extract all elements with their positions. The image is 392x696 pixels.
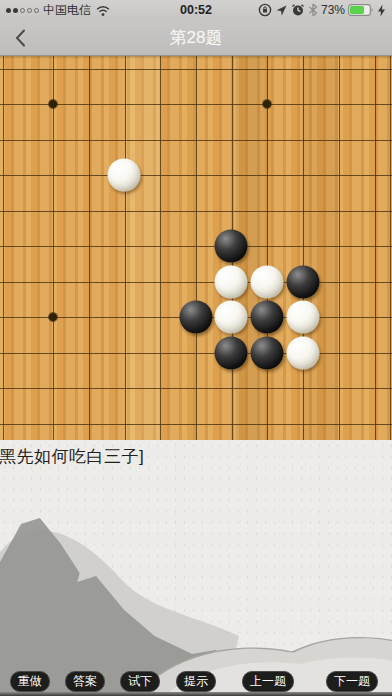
board-cell[interactable] [107, 193, 143, 229]
page-title: 第28题 [0, 20, 392, 55]
board-cell[interactable] [35, 406, 71, 440]
board-cell[interactable] [107, 335, 143, 371]
board-cell[interactable] [35, 193, 71, 229]
board-cell[interactable] [285, 193, 321, 229]
board-cell[interactable] [356, 193, 392, 229]
board-cell[interactable] [249, 122, 285, 158]
board-cell[interactable] [178, 56, 214, 87]
back-button[interactable] [11, 28, 31, 48]
board-cell[interactable] [178, 229, 214, 265]
alarm-icon [291, 3, 305, 17]
board-cell[interactable] [249, 371, 285, 407]
board-cell[interactable] [285, 371, 321, 407]
toolbar: 重做答案试下提示上一题下一题 [0, 671, 392, 693]
board-cell[interactable] [285, 229, 321, 265]
board-cell[interactable] [356, 158, 392, 194]
board-cell[interactable] [35, 56, 71, 87]
board-cell[interactable] [321, 158, 357, 194]
board-cell[interactable] [321, 122, 357, 158]
board-cell[interactable] [35, 87, 71, 123]
board-cell[interactable] [142, 335, 178, 371]
bluetooth-icon [308, 3, 318, 17]
board-cell[interactable] [214, 56, 250, 87]
board-cell[interactable] [214, 371, 250, 407]
board-cell[interactable] [356, 406, 392, 440]
board-cell[interactable] [35, 371, 71, 407]
board-cell[interactable] [142, 193, 178, 229]
board-cell[interactable] [249, 406, 285, 440]
board-cell[interactable] [356, 122, 392, 158]
board-cell[interactable] [142, 122, 178, 158]
nav-bar: 第28题 [0, 20, 392, 56]
board-cell[interactable] [356, 300, 392, 336]
next-problem-button[interactable]: 下一题 [326, 671, 378, 692]
board-cell[interactable] [71, 122, 107, 158]
board-cell[interactable] [321, 56, 357, 87]
lower-panel: 黑先如何吃白三子] [0, 440, 392, 696]
board-cell[interactable] [142, 158, 178, 194]
board-cell[interactable] [71, 87, 107, 123]
board-cell[interactable] [178, 406, 214, 440]
board-cell[interactable] [214, 193, 250, 229]
try-button[interactable]: 试下 [120, 671, 160, 692]
board-cell[interactable] [178, 87, 214, 123]
battery-icon [348, 4, 374, 16]
white-stone[interactable] [108, 159, 141, 192]
board-cell[interactable] [356, 229, 392, 265]
board-cell[interactable] [285, 300, 321, 336]
board-cell[interactable] [321, 229, 357, 265]
board-cell[interactable] [71, 56, 107, 87]
board-cell[interactable] [214, 300, 250, 336]
black-stone[interactable] [179, 301, 212, 334]
orientation-lock-icon [258, 3, 272, 17]
board-cell[interactable] [214, 229, 250, 265]
board-cell[interactable] [71, 300, 107, 336]
board-cell[interactable] [35, 264, 71, 300]
board-cell[interactable] [142, 87, 178, 123]
board-cell[interactable] [142, 229, 178, 265]
board-cell[interactable] [321, 335, 357, 371]
board-cell[interactable] [321, 87, 357, 123]
board-cell[interactable] [214, 264, 250, 300]
black-stone[interactable] [215, 336, 248, 369]
white-stone[interactable] [286, 301, 319, 334]
status-bar: 中国电信 00:52 [0, 0, 392, 20]
board-cell[interactable] [356, 56, 392, 87]
white-stone[interactable] [215, 301, 248, 334]
hint-button[interactable]: 提示 [176, 671, 216, 692]
board-cell[interactable] [214, 406, 250, 440]
board-cell[interactable] [214, 122, 250, 158]
board-cell[interactable] [285, 87, 321, 123]
stone-grid [35, 56, 392, 440]
redo-button[interactable]: 重做 [10, 671, 50, 692]
problem-caption: 黑先如何吃白三子] [0, 440, 392, 468]
board-cell[interactable] [142, 371, 178, 407]
white-stone[interactable] [215, 265, 248, 298]
board-cell[interactable] [356, 335, 392, 371]
grid-line-vertical [3, 56, 4, 440]
board-cell[interactable] [35, 158, 71, 194]
board-cell[interactable] [356, 371, 392, 407]
board-cell[interactable] [285, 335, 321, 371]
board-cell[interactable] [178, 335, 214, 371]
bottom-edge [0, 692, 392, 696]
board-cell[interactable] [107, 122, 143, 158]
board-cell[interactable] [321, 193, 357, 229]
board-cell[interactable] [214, 335, 250, 371]
board-cell[interactable] [35, 335, 71, 371]
location-icon [275, 4, 288, 17]
prev-problem-button[interactable]: 上一题 [242, 671, 294, 692]
board-cell[interactable] [321, 406, 357, 440]
board-cell[interactable] [356, 264, 392, 300]
board-cell[interactable] [178, 158, 214, 194]
go-board[interactable] [0, 56, 392, 440]
black-stone[interactable] [251, 336, 284, 369]
black-stone[interactable] [286, 265, 319, 298]
board-cell[interactable] [71, 193, 107, 229]
status-right: 73% [258, 3, 386, 17]
board-cell[interactable] [71, 371, 107, 407]
board-cell[interactable] [285, 56, 321, 87]
carrier-label: 中国电信 [43, 2, 91, 19]
board-cell[interactable] [71, 158, 107, 194]
board-cell[interactable] [71, 229, 107, 265]
board-cell[interactable] [214, 158, 250, 194]
board-cell[interactable] [249, 158, 285, 194]
board-cell[interactable] [71, 264, 107, 300]
board-cell[interactable] [249, 56, 285, 87]
status-left: 中国电信 [6, 2, 111, 19]
board-cell[interactable] [107, 87, 143, 123]
board-cell[interactable] [142, 56, 178, 87]
board-cell[interactable] [214, 87, 250, 123]
board-cell[interactable] [285, 264, 321, 300]
board-cell[interactable] [321, 371, 357, 407]
board-cell[interactable] [107, 158, 143, 194]
board-cell[interactable] [107, 371, 143, 407]
board-cell[interactable] [35, 300, 71, 336]
board-cell[interactable] [285, 122, 321, 158]
board-cell[interactable] [178, 371, 214, 407]
board-cell[interactable] [107, 406, 143, 440]
answer-button[interactable]: 答案 [65, 671, 105, 692]
black-stone[interactable] [215, 230, 248, 263]
board-cell[interactable] [142, 406, 178, 440]
board-cell[interactable] [71, 335, 107, 371]
board-cell[interactable] [142, 300, 178, 336]
board-cell[interactable] [35, 122, 71, 158]
board-cell[interactable] [178, 122, 214, 158]
board-cell[interactable] [35, 229, 71, 265]
charging-bolt-icon [377, 4, 386, 17]
board-cell[interactable] [285, 406, 321, 440]
board-cell[interactable] [285, 158, 321, 194]
white-stone[interactable] [251, 265, 284, 298]
wifi-icon [95, 4, 111, 17]
board-cell[interactable] [249, 300, 285, 336]
board-cell[interactable] [107, 229, 143, 265]
board-cell[interactable] [107, 300, 143, 336]
board-cell[interactable] [249, 264, 285, 300]
screen: 中国电信 00:52 [0, 0, 392, 696]
signal-strength-icon [6, 8, 39, 13]
board-cell[interactable] [107, 264, 143, 300]
board-cell[interactable] [178, 264, 214, 300]
battery-percent-label: 73% [321, 3, 345, 17]
board-cell[interactable] [249, 335, 285, 371]
board-cell[interactable] [107, 56, 143, 87]
board-cell[interactable] [71, 406, 107, 440]
board-cell[interactable] [249, 87, 285, 123]
board-cell[interactable] [178, 193, 214, 229]
board-cell[interactable] [321, 264, 357, 300]
board-cell[interactable] [356, 87, 392, 123]
board-cell[interactable] [249, 229, 285, 265]
board-cell[interactable] [178, 300, 214, 336]
ink-painting [0, 440, 392, 696]
board-cell[interactable] [249, 193, 285, 229]
white-stone[interactable] [286, 336, 319, 369]
board-cell[interactable] [321, 300, 357, 336]
black-stone[interactable] [251, 301, 284, 334]
board-cell[interactable] [142, 264, 178, 300]
